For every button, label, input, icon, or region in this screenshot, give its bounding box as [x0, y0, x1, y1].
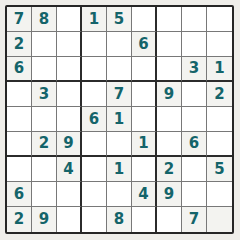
- sudoku-cell-r6c9[interactable]: [207, 132, 232, 157]
- sudoku-board: 781526631379261291641256492987: [5, 5, 234, 234]
- sudoku-cell-r3c4[interactable]: [82, 57, 107, 82]
- sudoku-cell-r3c8[interactable]: 3: [182, 57, 207, 82]
- sudoku-cell-r8c4[interactable]: [82, 182, 107, 207]
- sudoku-cell-r6c4[interactable]: [82, 132, 107, 157]
- sudoku-cell-r4c6[interactable]: [132, 82, 157, 107]
- sudoku-cell-r5c9[interactable]: [207, 107, 232, 132]
- sudoku-cell-r1c7[interactable]: [157, 7, 182, 32]
- sudoku-cell-r6c6[interactable]: 1: [132, 132, 157, 157]
- sudoku-cell-r2c4[interactable]: [82, 32, 107, 57]
- sudoku-cell-r3c6[interactable]: [132, 57, 157, 82]
- sudoku-cell-r9c2[interactable]: 9: [32, 207, 57, 232]
- sudoku-cell-r8c6[interactable]: 4: [132, 182, 157, 207]
- sudoku-cell-r7c1[interactable]: [7, 157, 32, 182]
- sudoku-cell-r4c9[interactable]: 2: [207, 82, 232, 107]
- sudoku-cell-r8c7[interactable]: 9: [157, 182, 182, 207]
- sudoku-cell-r3c2[interactable]: [32, 57, 57, 82]
- sudoku-cell-r5c7[interactable]: [157, 107, 182, 132]
- sudoku-cell-r2c1[interactable]: 2: [7, 32, 32, 57]
- sudoku-cell-r8c8[interactable]: [182, 182, 207, 207]
- sudoku-cell-r5c3[interactable]: [57, 107, 82, 132]
- sudoku-cell-r2c8[interactable]: [182, 32, 207, 57]
- sudoku-cell-r9c8[interactable]: 7: [182, 207, 207, 232]
- sudoku-cell-r9c1[interactable]: 2: [7, 207, 32, 232]
- sudoku-cell-r1c9[interactable]: [207, 7, 232, 32]
- sudoku-cell-r4c1[interactable]: [7, 82, 32, 107]
- sudoku-cell-r5c2[interactable]: [32, 107, 57, 132]
- sudoku-cell-r1c2[interactable]: 8: [32, 7, 57, 32]
- sudoku-cell-r5c6[interactable]: [132, 107, 157, 132]
- sudoku-cell-r8c5[interactable]: [107, 182, 132, 207]
- sudoku-cell-r2c5[interactable]: [107, 32, 132, 57]
- sudoku-cell-r4c8[interactable]: [182, 82, 207, 107]
- sudoku-board-container: 781526631379261291641256492987: [5, 5, 234, 234]
- sudoku-cell-r3c3[interactable]: [57, 57, 82, 82]
- sudoku-cell-r4c3[interactable]: [57, 82, 82, 107]
- sudoku-cell-r4c4[interactable]: [82, 82, 107, 107]
- sudoku-cell-r9c7[interactable]: [157, 207, 182, 232]
- sudoku-cell-r6c8[interactable]: 6: [182, 132, 207, 157]
- sudoku-cell-r3c1[interactable]: 6: [7, 57, 32, 82]
- sudoku-cell-r2c7[interactable]: [157, 32, 182, 57]
- sudoku-cell-r7c8[interactable]: [182, 157, 207, 182]
- sudoku-cell-r6c5[interactable]: [107, 132, 132, 157]
- sudoku-cell-r6c1[interactable]: [7, 132, 32, 157]
- sudoku-cell-r7c3[interactable]: 4: [57, 157, 82, 182]
- sudoku-cell-r1c5[interactable]: 5: [107, 7, 132, 32]
- sudoku-cell-r4c2[interactable]: 3: [32, 82, 57, 107]
- sudoku-cell-r1c1[interactable]: 7: [7, 7, 32, 32]
- sudoku-cell-r9c4[interactable]: [82, 207, 107, 232]
- sudoku-cell-r3c9[interactable]: 1: [207, 57, 232, 82]
- sudoku-cell-r5c1[interactable]: [7, 107, 32, 132]
- sudoku-cell-r9c5[interactable]: 8: [107, 207, 132, 232]
- sudoku-cell-r3c7[interactable]: [157, 57, 182, 82]
- sudoku-cell-r9c9[interactable]: [207, 207, 232, 232]
- sudoku-cell-r5c8[interactable]: [182, 107, 207, 132]
- sudoku-cell-r2c9[interactable]: [207, 32, 232, 57]
- sudoku-cell-r8c3[interactable]: [57, 182, 82, 207]
- sudoku-cell-r7c7[interactable]: 2: [157, 157, 182, 182]
- sudoku-cell-r4c7[interactable]: 9: [157, 82, 182, 107]
- sudoku-cell-r1c3[interactable]: [57, 7, 82, 32]
- sudoku-cell-r9c6[interactable]: [132, 207, 157, 232]
- sudoku-cell-r1c6[interactable]: [132, 7, 157, 32]
- sudoku-cell-r6c3[interactable]: 9: [57, 132, 82, 157]
- sudoku-cell-r8c2[interactable]: [32, 182, 57, 207]
- sudoku-cell-r6c7[interactable]: [157, 132, 182, 157]
- sudoku-cell-r5c5[interactable]: 1: [107, 107, 132, 132]
- sudoku-cell-r1c8[interactable]: [182, 7, 207, 32]
- sudoku-cell-r7c9[interactable]: 5: [207, 157, 232, 182]
- sudoku-cell-r9c3[interactable]: [57, 207, 82, 232]
- sudoku-cell-r2c6[interactable]: 6: [132, 32, 157, 57]
- sudoku-cell-r7c4[interactable]: [82, 157, 107, 182]
- sudoku-cell-r4c5[interactable]: 7: [107, 82, 132, 107]
- sudoku-cell-r8c9[interactable]: [207, 182, 232, 207]
- sudoku-cell-r2c2[interactable]: [32, 32, 57, 57]
- sudoku-cell-r2c3[interactable]: [57, 32, 82, 57]
- sudoku-cell-r7c6[interactable]: [132, 157, 157, 182]
- sudoku-cell-r5c4[interactable]: 6: [82, 107, 107, 132]
- sudoku-cell-r3c5[interactable]: [107, 57, 132, 82]
- sudoku-cell-r6c2[interactable]: 2: [32, 132, 57, 157]
- sudoku-cell-r7c2[interactable]: [32, 157, 57, 182]
- sudoku-cell-r7c5[interactable]: 1: [107, 157, 132, 182]
- sudoku-cell-r8c1[interactable]: 6: [7, 182, 32, 207]
- sudoku-cell-r1c4[interactable]: 1: [82, 7, 107, 32]
